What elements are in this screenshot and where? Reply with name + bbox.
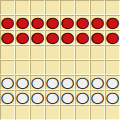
white-piece[interactable]: ● <box>1 77 14 89</box>
board-cell[interactable] <box>30 45 45 60</box>
dama-board: ●●●●●●●●●●●●●●●●●●●●●●●●●●●●●●●● <box>0 0 120 120</box>
board-cell[interactable]: ● <box>90 90 105 105</box>
board-cell[interactable] <box>30 60 45 75</box>
red-piece[interactable]: ● <box>61 17 74 29</box>
board-cell[interactable]: ● <box>60 75 75 90</box>
board-cell[interactable] <box>75 60 90 75</box>
board-cell[interactable]: ● <box>105 15 120 30</box>
board-cell[interactable] <box>45 0 60 15</box>
board-cell[interactable] <box>105 45 120 60</box>
board-cell[interactable] <box>75 45 90 60</box>
board-cell[interactable]: ● <box>60 30 75 45</box>
red-piece[interactable]: ● <box>16 17 29 29</box>
board-cell[interactable] <box>0 60 15 75</box>
board-cell[interactable] <box>90 60 105 75</box>
red-piece[interactable]: ● <box>91 32 104 44</box>
board-cell[interactable]: ● <box>0 30 15 45</box>
board-cell[interactable]: ● <box>105 90 120 105</box>
board-cell[interactable] <box>75 105 90 120</box>
board-cell[interactable] <box>105 60 120 75</box>
board-cell[interactable] <box>0 45 15 60</box>
board-cell[interactable] <box>15 60 30 75</box>
board-cell[interactable]: ● <box>30 15 45 30</box>
board-cell[interactable] <box>45 45 60 60</box>
red-piece[interactable]: ● <box>106 32 119 44</box>
board-cell[interactable]: ● <box>30 30 45 45</box>
board-cell[interactable]: ● <box>15 15 30 30</box>
white-piece[interactable]: ● <box>91 77 104 89</box>
board-cell[interactable]: ● <box>30 75 45 90</box>
red-piece[interactable]: ● <box>76 32 89 44</box>
red-piece[interactable]: ● <box>106 17 119 29</box>
board-cell[interactable]: ● <box>15 90 30 105</box>
board-cell[interactable] <box>105 105 120 120</box>
white-piece[interactable]: ● <box>91 92 104 104</box>
board-cell[interactable] <box>105 0 120 15</box>
red-piece[interactable]: ● <box>61 32 74 44</box>
white-piece[interactable]: ● <box>16 92 29 104</box>
board-cell[interactable]: ● <box>0 75 15 90</box>
white-piece[interactable]: ● <box>46 77 59 89</box>
white-piece[interactable]: ● <box>106 92 119 104</box>
board-cell[interactable]: ● <box>15 30 30 45</box>
board-cell[interactable] <box>60 45 75 60</box>
board-cell[interactable] <box>90 0 105 15</box>
board-cell[interactable] <box>60 60 75 75</box>
board-cell[interactable]: ● <box>75 75 90 90</box>
board-cell[interactable] <box>0 0 15 15</box>
white-piece[interactable]: ● <box>16 77 29 89</box>
board-cell[interactable] <box>90 105 105 120</box>
board-cell[interactable]: ● <box>90 30 105 45</box>
board-cell[interactable]: ● <box>45 75 60 90</box>
white-piece[interactable]: ● <box>76 77 89 89</box>
red-piece[interactable]: ● <box>91 17 104 29</box>
board-cell[interactable] <box>90 45 105 60</box>
red-piece[interactable]: ● <box>31 32 44 44</box>
white-piece[interactable]: ● <box>1 92 14 104</box>
board-cell[interactable] <box>30 0 45 15</box>
red-piece[interactable]: ● <box>1 32 14 44</box>
board-cell[interactable] <box>60 0 75 15</box>
board-cell[interactable]: ● <box>30 90 45 105</box>
board-cell[interactable] <box>30 105 45 120</box>
board-cell[interactable]: ● <box>0 90 15 105</box>
board-cell[interactable]: ● <box>75 90 90 105</box>
board-cell[interactable] <box>15 0 30 15</box>
board-cell[interactable]: ● <box>15 75 30 90</box>
board-cell[interactable]: ● <box>90 15 105 30</box>
board-cell[interactable]: ● <box>90 75 105 90</box>
board-cell[interactable]: ● <box>60 90 75 105</box>
white-piece[interactable]: ● <box>46 92 59 104</box>
white-piece[interactable]: ● <box>76 92 89 104</box>
board-cell[interactable]: ● <box>45 90 60 105</box>
white-piece[interactable]: ● <box>106 77 119 89</box>
white-piece[interactable]: ● <box>61 77 74 89</box>
board-cell[interactable]: ● <box>0 15 15 30</box>
red-piece[interactable]: ● <box>76 17 89 29</box>
board-cell[interactable] <box>15 105 30 120</box>
white-piece[interactable]: ● <box>61 92 74 104</box>
board-cell[interactable]: ● <box>105 75 120 90</box>
board-cell[interactable] <box>0 105 15 120</box>
board-cell[interactable] <box>75 0 90 15</box>
board-cell[interactable]: ● <box>45 15 60 30</box>
board-cell[interactable] <box>15 45 30 60</box>
board-cell[interactable]: ● <box>75 15 90 30</box>
red-piece[interactable]: ● <box>46 32 59 44</box>
board-cell[interactable] <box>45 60 60 75</box>
board-cell[interactable]: ● <box>75 30 90 45</box>
red-piece[interactable]: ● <box>46 17 59 29</box>
red-piece[interactable]: ● <box>31 17 44 29</box>
board-cell[interactable] <box>60 105 75 120</box>
board-cell[interactable]: ● <box>45 30 60 45</box>
board-cell[interactable] <box>45 105 60 120</box>
board-cell[interactable]: ● <box>105 30 120 45</box>
white-piece[interactable]: ● <box>31 92 44 104</box>
red-piece[interactable]: ● <box>16 32 29 44</box>
white-piece[interactable]: ● <box>31 77 44 89</box>
board-cell[interactable]: ● <box>60 15 75 30</box>
red-piece[interactable]: ● <box>1 17 14 29</box>
